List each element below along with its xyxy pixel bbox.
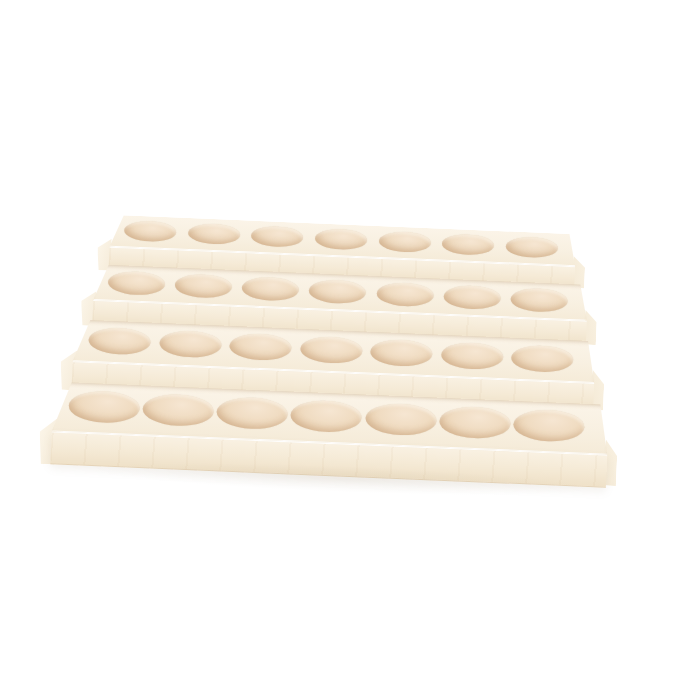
pit-r4c2-empty [142,393,214,427]
pit-r1c2-empty [187,223,240,245]
pit-r4c3-empty [216,396,288,430]
pit-r3c5-empty [370,339,433,368]
pit-r2c5-empty [376,282,434,307]
pit-r2c4-empty [309,279,367,304]
pit-r4c6-empty [439,406,511,440]
pit-r1c1-empty [124,220,177,242]
pit-r3c4-empty [299,336,362,365]
display-stand [48,213,638,497]
pit-r1c7-empty [505,236,558,258]
pit-r1c5-empty [378,231,431,253]
pit-r1c3-empty [251,226,304,248]
pit-r3c6-empty [440,342,503,371]
pit-r2c7-empty [510,288,568,313]
pit-r2c2-empty [175,273,233,298]
pit-r1c6-empty [442,234,495,256]
pit-r2c3-empty [242,276,300,301]
pit-r3c7-empty [511,345,574,374]
pit-r2c1-empty [108,271,166,296]
pit-r3c1-empty [88,327,151,356]
product-photo-canvas: { "scene": { "type": "product photo", "b… [0,0,700,700]
pit-r4c5-empty [365,403,437,437]
pit-r3c3-empty [229,333,292,362]
pit-r4c4-empty [290,399,362,433]
pit-r4c1-empty [68,390,140,424]
pit-r3c2-empty [158,330,221,359]
pit-r1c4-empty [315,228,368,250]
pit-r2c6-empty [443,285,501,310]
pit-r4c7-empty [513,409,585,443]
